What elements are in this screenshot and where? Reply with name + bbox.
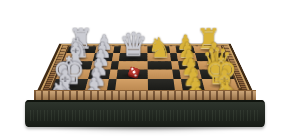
red-die [127, 66, 140, 79]
silver-queen-piece: ♛ [119, 30, 148, 59]
square [147, 69, 173, 79]
square: ♛ [118, 53, 147, 61]
chess-set-photo: ♜♟♟♜♞♟♛♞♟♝♟♟♝♟♟♛♚♟♟♚♝♟♟♝♞♟♟♞♜♟♟♜ [0, 0, 290, 137]
square: ♞ [147, 53, 171, 61]
chess-board-3d: ♜♟♟♜♞♟♛♞♟♝♟♟♝♟♟♛♚♟♟♚♝♟♟♝♞♟♟♞♜♟♟♜ [37, 44, 253, 91]
chess-board-scene: ♜♟♟♜♞♟♛♞♟♝♟♟♝♟♟♛♚♟♟♚♝♟♟♝♞♟♟♞♜♟♟♜ [37, 0, 253, 91]
square [116, 69, 147, 79]
board-base-box [25, 100, 265, 127]
square [147, 61, 172, 69]
square [115, 79, 148, 90]
square [148, 79, 176, 90]
square [109, 69, 118, 79]
gold-knight-piece: ♞ [147, 35, 171, 60]
base-embossed-band [30, 110, 260, 121]
chess-board: ♜♟♟♜♞♟♛♞♟♝♟♟♝♟♟♛♚♟♟♚♝♟♟♝♞♟♟♞♜♟♟♜ [53, 46, 238, 87]
